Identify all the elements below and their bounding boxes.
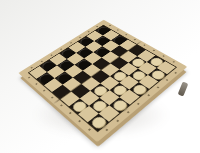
board-square xyxy=(44,78,63,92)
light-piece: ● xyxy=(129,69,148,82)
board-square: ● xyxy=(110,69,129,82)
light-piece: ● xyxy=(148,68,167,81)
border-mark-dot xyxy=(125,34,128,36)
border-mark-dot xyxy=(134,39,137,41)
border-mark-dot xyxy=(43,90,46,92)
border-mark-dot xyxy=(108,25,110,26)
light-piece: ● xyxy=(110,83,130,98)
border-mark-dot xyxy=(35,83,38,85)
border-mark-dot xyxy=(59,104,62,106)
board-square xyxy=(60,91,80,106)
board-square xyxy=(100,76,119,90)
board-square: ● xyxy=(129,82,149,97)
light-piece: ● xyxy=(90,83,109,97)
border-mark-dot xyxy=(137,102,140,104)
board-square xyxy=(91,70,110,83)
board-square xyxy=(119,76,138,90)
board-square xyxy=(139,75,159,89)
border-mark-dot xyxy=(68,112,71,115)
border-mark-dot xyxy=(173,61,176,63)
border-mark-dot xyxy=(174,71,177,73)
board-square xyxy=(71,84,90,98)
board-square: ● xyxy=(129,69,148,82)
light-piece: ● xyxy=(69,98,89,114)
border-mark-dot xyxy=(51,97,54,99)
light-piece: ● xyxy=(110,69,129,82)
board-square xyxy=(78,106,99,122)
border-mark-dot xyxy=(143,44,146,46)
board-square: ● xyxy=(90,83,109,97)
light-piece: ● xyxy=(129,82,149,97)
board-square: ● xyxy=(110,83,130,98)
border-mark-dot xyxy=(88,129,91,132)
border-mark-dot xyxy=(69,42,72,44)
border-mark-dot xyxy=(156,86,159,88)
light-piece: ● xyxy=(88,114,109,131)
border-mark-dot xyxy=(147,94,150,96)
light-piece: ● xyxy=(89,98,109,114)
board-square: ● xyxy=(89,98,109,114)
board-square xyxy=(80,91,100,106)
border-mark-dot xyxy=(152,50,155,52)
border-mark-dot xyxy=(116,29,119,31)
border-mark-dot xyxy=(162,55,165,57)
photo-scene: ●●●●●●●●●●●●●●●●●●●●●●●● xyxy=(0,0,200,153)
border-mark-dot xyxy=(126,111,129,114)
board-square xyxy=(100,90,120,105)
border-mark-dot xyxy=(165,79,168,81)
board-square xyxy=(157,61,176,74)
border-mark-dot xyxy=(116,119,119,122)
board-square: ● xyxy=(69,98,89,114)
board-square: ● xyxy=(148,68,167,81)
board-square: ● xyxy=(88,114,109,131)
board-square xyxy=(81,77,100,91)
border-mark-dot xyxy=(78,120,81,123)
border-mark-dot xyxy=(27,77,30,79)
border-mark-dot xyxy=(105,128,108,131)
